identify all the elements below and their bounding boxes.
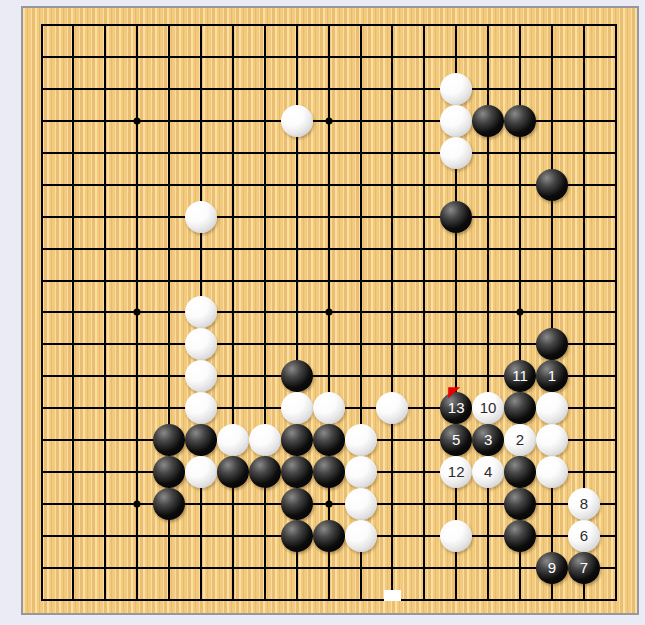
- black-stone[interactable]: [313, 424, 345, 456]
- black-stone-move-1[interactable]: 1: [536, 360, 568, 392]
- black-stone-move-3[interactable]: 3: [472, 424, 504, 456]
- white-stone[interactable]: [249, 424, 281, 456]
- white-stone[interactable]: [536, 424, 568, 456]
- white-stone[interactable]: [185, 360, 217, 392]
- star-point: [325, 117, 332, 124]
- white-stone[interactable]: [440, 137, 472, 169]
- black-stone[interactable]: [504, 456, 536, 488]
- black-stone[interactable]: [472, 105, 504, 137]
- page-root: { "game": "Go", "board": { "size": 19, "…: [0, 0, 645, 625]
- bottom-edge-white-rect: [384, 590, 401, 601]
- black-stone-move-11[interactable]: 11: [504, 360, 536, 392]
- star-point: [134, 501, 141, 508]
- white-stone[interactable]: [185, 201, 217, 233]
- black-stone[interactable]: [440, 201, 472, 233]
- black-stone[interactable]: [153, 424, 185, 456]
- white-stone[interactable]: [185, 392, 217, 424]
- white-stone[interactable]: [313, 392, 345, 424]
- black-stone[interactable]: [281, 520, 313, 552]
- white-stone[interactable]: [345, 520, 377, 552]
- white-stone-move-2[interactable]: 2: [504, 424, 536, 456]
- black-stone[interactable]: [313, 520, 345, 552]
- black-stone[interactable]: [504, 488, 536, 520]
- black-stone[interactable]: [504, 105, 536, 137]
- white-stone[interactable]: [185, 296, 217, 328]
- black-stone-move-9[interactable]: 9: [536, 552, 568, 584]
- black-stone[interactable]: [281, 360, 313, 392]
- black-stone-move-7[interactable]: 7: [568, 552, 600, 584]
- white-stone[interactable]: [440, 73, 472, 105]
- white-stone[interactable]: [345, 424, 377, 456]
- black-stone[interactable]: [536, 328, 568, 360]
- last-move-red-triangle-marker: [448, 387, 460, 398]
- black-stone[interactable]: [281, 488, 313, 520]
- star-point: [134, 309, 141, 316]
- white-stone[interactable]: [281, 392, 313, 424]
- white-stone-move-8[interactable]: 8: [568, 488, 600, 520]
- grid-line-horizontal: [41, 567, 617, 569]
- black-stone[interactable]: [281, 456, 313, 488]
- black-stone[interactable]: [185, 424, 217, 456]
- white-stone-move-10[interactable]: 10: [472, 392, 504, 424]
- white-stone[interactable]: [440, 105, 472, 137]
- white-stone[interactable]: [217, 424, 249, 456]
- go-board[interactable]: 11113105321248697: [21, 6, 639, 615]
- grid-line-horizontal: [41, 599, 617, 601]
- white-stone[interactable]: [345, 488, 377, 520]
- grid-line-vertical: [551, 24, 553, 601]
- white-stone[interactable]: [376, 392, 408, 424]
- white-stone[interactable]: [281, 105, 313, 137]
- white-stone-move-12[interactable]: 12: [440, 456, 472, 488]
- white-stone[interactable]: [185, 456, 217, 488]
- star-point: [325, 309, 332, 316]
- black-stone[interactable]: [504, 520, 536, 552]
- white-stone[interactable]: [440, 520, 472, 552]
- white-stone[interactable]: [345, 456, 377, 488]
- white-stone[interactable]: [536, 392, 568, 424]
- white-stone[interactable]: [536, 456, 568, 488]
- white-stone-move-6[interactable]: 6: [568, 520, 600, 552]
- grid-line-vertical: [615, 24, 617, 601]
- grid-line-vertical: [391, 24, 393, 601]
- white-stone[interactable]: [185, 328, 217, 360]
- black-stone[interactable]: [249, 456, 281, 488]
- star-point: [134, 117, 141, 124]
- black-stone[interactable]: [153, 488, 185, 520]
- grid-line-vertical: [423, 24, 425, 601]
- black-stone[interactable]: [536, 169, 568, 201]
- grid-line-horizontal: [41, 343, 617, 345]
- star-point: [325, 501, 332, 508]
- black-stone-move-13[interactable]: 13: [440, 392, 472, 424]
- black-stone-move-5[interactable]: 5: [440, 424, 472, 456]
- black-stone[interactable]: [217, 456, 249, 488]
- black-stone[interactable]: [153, 456, 185, 488]
- white-stone-move-4[interactable]: 4: [472, 456, 504, 488]
- black-stone[interactable]: [504, 392, 536, 424]
- black-stone[interactable]: [313, 456, 345, 488]
- black-stone[interactable]: [281, 424, 313, 456]
- star-point: [517, 309, 524, 316]
